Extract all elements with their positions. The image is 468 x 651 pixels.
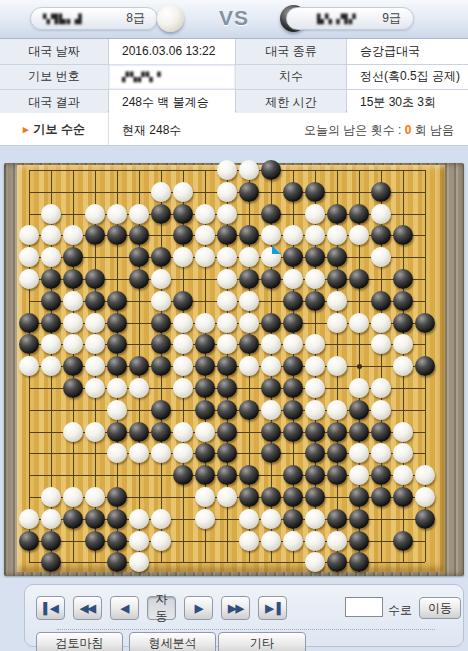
- white-stone: [305, 356, 325, 376]
- black-stone: [19, 334, 39, 354]
- black-stone: [107, 356, 127, 376]
- black-stone: [85, 225, 105, 245]
- black-stone: [327, 552, 347, 572]
- value-game-result: 248수 백 불계승: [109, 90, 235, 115]
- black-stone: [19, 313, 39, 333]
- white-stone: [107, 443, 127, 463]
- white-stone: [129, 378, 149, 398]
- last-move-button[interactable]: ▶▐: [258, 596, 287, 620]
- white-stone: [85, 422, 105, 442]
- white-stone: [305, 378, 325, 398]
- black-stone: [349, 269, 369, 289]
- white-stone: [217, 160, 237, 180]
- white-stone: [371, 443, 391, 463]
- white-stone: [239, 356, 259, 376]
- black-stone: [129, 225, 149, 245]
- black-stone: [327, 269, 347, 289]
- black-stone: [349, 552, 369, 572]
- white-stone: [151, 291, 171, 311]
- black-stone: [393, 313, 413, 333]
- white-stone: [19, 509, 39, 529]
- white-stone: [217, 334, 237, 354]
- move-sequence-title: ▸ 기보 수순: [0, 113, 109, 145]
- black-player-plate: ▙▚▗▜▞ 9급: [286, 7, 414, 30]
- black-stone: [107, 422, 127, 442]
- black-stone: [415, 313, 435, 333]
- black-stone: [283, 313, 303, 333]
- black-stone: [173, 225, 193, 245]
- white-stone: [129, 204, 149, 224]
- black-stone: [41, 531, 61, 551]
- white-stone: [19, 247, 39, 267]
- black-stone: [327, 465, 347, 485]
- black-stone: [151, 356, 171, 376]
- remaining-suffix: 회 남음: [411, 123, 454, 137]
- white-stone: [217, 487, 237, 507]
- white-stone: [41, 225, 61, 245]
- black-stone: [63, 378, 83, 398]
- value-record-number: ▞▚▞▚ ▘: [109, 65, 235, 90]
- black-stone: [327, 247, 347, 267]
- jump-label: 수로: [388, 602, 412, 619]
- value-time-limit: 15분 30초 3회: [347, 90, 468, 115]
- black-stone: [305, 487, 325, 507]
- white-stone: [129, 531, 149, 551]
- current-move-count: 현재 248수: [122, 122, 181, 139]
- black-stone: [261, 269, 281, 289]
- white-stone: [217, 204, 237, 224]
- black-stone: [305, 247, 325, 267]
- black-stone: [107, 291, 127, 311]
- black-stone: [195, 443, 215, 463]
- fast-forward-button[interactable]: ▶▶: [221, 596, 250, 620]
- next-move-button[interactable]: ▶: [184, 596, 213, 620]
- white-stone: [261, 509, 281, 529]
- white-stone: [305, 531, 325, 551]
- black-stone: [151, 247, 171, 267]
- label-handicap: 치수: [236, 65, 346, 90]
- black-stone: [239, 269, 259, 289]
- white-stone: [41, 509, 61, 529]
- label-game-type: 대국 종류: [236, 39, 346, 64]
- white-stone: [195, 225, 215, 245]
- black-player-rank: 9급: [382, 10, 401, 27]
- black-stone: [283, 182, 303, 202]
- white-stone: [195, 204, 215, 224]
- white-stone: [107, 378, 127, 398]
- value-game-date: 2016.03.06 13:22: [109, 39, 235, 64]
- black-stone: [151, 400, 171, 420]
- white-stone: [283, 531, 303, 551]
- black-stone: [261, 378, 281, 398]
- black-stone: [283, 422, 303, 442]
- black-stone: [261, 422, 281, 442]
- white-stone: [129, 552, 149, 572]
- black-stone: [63, 269, 83, 289]
- black-stone: [393, 487, 413, 507]
- black-stone: [129, 269, 149, 289]
- black-stone: [327, 509, 347, 529]
- white-stone: [173, 356, 193, 376]
- white-stone: [19, 356, 39, 376]
- black-stone: [327, 443, 347, 463]
- black-stone: [129, 247, 149, 267]
- white-stone: [305, 400, 325, 420]
- white-stone: [151, 509, 171, 529]
- black-stone: [305, 422, 325, 442]
- white-stone: [393, 356, 413, 376]
- white-stone: [85, 204, 105, 224]
- black-stone: [415, 509, 435, 529]
- white-stone: [371, 334, 391, 354]
- black-stone: [283, 356, 303, 376]
- white-stone: [305, 334, 325, 354]
- white-stone: [305, 269, 325, 289]
- value-handicap: 정선(흑0.5집 공제): [347, 65, 468, 90]
- remaining-views: 오늘의 남은 횟수 : 0 회 남음: [304, 122, 454, 139]
- black-stone: [195, 378, 215, 398]
- baduk-viewer-page: ▚▜▙▖▟ 8급 VS ▙▚▗▜▞ 9급 대국 날짜 2016.03.06 13…: [0, 0, 468, 651]
- black-stone: [415, 356, 435, 376]
- auto-play-button[interactable]: 자동: [147, 596, 176, 620]
- white-stone: [195, 313, 215, 333]
- jump-button[interactable]: 이동: [419, 597, 461, 619]
- white-stone: [63, 313, 83, 333]
- white-stone: [261, 334, 281, 354]
- white-stone: [217, 247, 237, 267]
- white-stone: [327, 400, 347, 420]
- fast-rewind-button[interactable]: ◀◀: [73, 596, 102, 620]
- black-stone: [239, 225, 259, 245]
- white-stone: [85, 356, 105, 376]
- black-stone: [129, 422, 149, 442]
- white-stone: [217, 313, 237, 333]
- move-sequence-bar: ▸ 기보 수순 현재 248수 오늘의 남은 횟수 : 0 회 남음: [0, 113, 468, 146]
- white-stone: [371, 204, 391, 224]
- black-stone: [283, 378, 303, 398]
- white-stone: [41, 334, 61, 354]
- white-stone: [239, 291, 259, 311]
- white-stone: [327, 531, 347, 551]
- white-stone: [217, 182, 237, 202]
- black-stone: [107, 225, 127, 245]
- white-stone: [63, 334, 83, 354]
- orange-arrow-icon: ▸: [23, 123, 29, 136]
- star-point: [357, 364, 362, 369]
- white-stone: [151, 443, 171, 463]
- white-stone: [85, 487, 105, 507]
- black-stone: [151, 313, 171, 333]
- remaining-prefix: 오늘의 남은 횟수 :: [304, 123, 405, 137]
- black-stone: [195, 400, 215, 420]
- black-stone: [371, 182, 391, 202]
- black-stone: [239, 334, 259, 354]
- white-stone: [173, 182, 193, 202]
- white-stone: [327, 313, 347, 333]
- white-stone: [415, 465, 435, 485]
- white-stone: [239, 313, 259, 333]
- black-stone: [261, 443, 281, 463]
- white-stone: [41, 247, 61, 267]
- white-stone: [195, 247, 215, 267]
- black-stone: [371, 225, 391, 245]
- label-game-result: 대국 결과: [0, 90, 108, 115]
- white-stone: [261, 531, 281, 551]
- white-stone: [173, 247, 193, 267]
- white-stone: [415, 487, 435, 507]
- etc-button[interactable]: 기타: [218, 632, 306, 651]
- black-stone: [217, 422, 237, 442]
- white-stone: [195, 422, 215, 442]
- white-stone: [173, 313, 193, 333]
- label-time-limit: 제한 시간: [236, 90, 346, 115]
- white-stone: [151, 269, 171, 289]
- black-stone: [85, 509, 105, 529]
- black-stone: [217, 356, 237, 376]
- black-stone: [41, 552, 61, 572]
- white-stone: [173, 334, 193, 354]
- black-stone: [19, 531, 39, 551]
- label-game-date: 대국 날짜: [0, 39, 108, 64]
- white-stone: [349, 378, 369, 398]
- prev-move-button[interactable]: ◀: [110, 596, 139, 620]
- black-stone: [63, 247, 83, 267]
- move-sequence-label: 기보 수순: [34, 121, 85, 138]
- control-box: ▌◀ ◀◀ ◀ 자동 ▶ ▶▶ ▶▐ 수로 이동 검토마침 형세분석 기타: [24, 584, 464, 647]
- black-stone: [85, 269, 105, 289]
- white-stone: [129, 443, 149, 463]
- black-stone: [173, 291, 193, 311]
- white-stone: [349, 313, 369, 333]
- black-stone: [239, 487, 259, 507]
- white-stone: [151, 182, 171, 202]
- white-stone: [63, 291, 83, 311]
- black-stone: [305, 182, 325, 202]
- black-stone: [393, 531, 413, 551]
- black-stone: [129, 356, 149, 376]
- black-stone: [151, 422, 171, 442]
- white-stone: [305, 204, 325, 224]
- black-stone: [327, 204, 347, 224]
- first-move-button[interactable]: ▌◀: [36, 596, 65, 620]
- white-stone: [63, 225, 83, 245]
- black-stone: [327, 422, 347, 442]
- black-stone: [63, 509, 83, 529]
- black-stone: [217, 378, 237, 398]
- black-stone: [41, 291, 61, 311]
- divider: [57, 629, 435, 630]
- white-stone: [371, 378, 391, 398]
- white-stone: [305, 509, 325, 529]
- black-stone: [305, 291, 325, 311]
- black-stone: [283, 509, 303, 529]
- white-stone: [63, 487, 83, 507]
- white-stone: [195, 509, 215, 529]
- last-move-marker: [272, 236, 281, 254]
- value-game-type: 승강급대국: [347, 39, 468, 64]
- black-stone: [261, 204, 281, 224]
- white-stone: [327, 356, 347, 376]
- black-stone: [283, 487, 303, 507]
- black-stone: [217, 443, 237, 463]
- black-stone: [107, 487, 127, 507]
- black-stone: [283, 291, 303, 311]
- black-stone: [393, 225, 413, 245]
- white-stone: [107, 400, 127, 420]
- white-stone: [217, 269, 237, 289]
- black-stone: [349, 487, 369, 507]
- black-stone: [305, 465, 325, 485]
- black-stone: [151, 204, 171, 224]
- white-stone: [371, 400, 391, 420]
- black-stone: [107, 552, 127, 572]
- white-stone: [349, 225, 369, 245]
- game-info-table: 대국 날짜 2016.03.06 13:22 대국 종류 승강급대국 기보 번호…: [0, 38, 468, 112]
- black-stone: [371, 291, 391, 311]
- white-stone: [217, 291, 237, 311]
- black-stone: [195, 334, 215, 354]
- black-stone: [349, 531, 369, 551]
- black-stone: [239, 400, 259, 420]
- white-stone: [19, 269, 39, 289]
- white-stone: [283, 334, 303, 354]
- white-stone: [85, 334, 105, 354]
- white-stone: [349, 465, 369, 485]
- black-stone: [107, 313, 127, 333]
- black-stone: [283, 400, 303, 420]
- white-stone: [327, 225, 347, 245]
- white-stone: [41, 204, 61, 224]
- black-stone: [371, 487, 391, 507]
- black-player-name: ▙▚▗▜▞: [317, 14, 357, 24]
- white-stone: [173, 443, 193, 463]
- black-stone: [107, 531, 127, 551]
- white-stone: [41, 356, 61, 376]
- white-stone: [239, 531, 259, 551]
- black-stone: [217, 400, 237, 420]
- black-stone: [239, 465, 259, 485]
- white-stone: [305, 552, 325, 572]
- white-stone: [239, 247, 259, 267]
- black-stone: [305, 443, 325, 463]
- black-stone: [393, 269, 413, 289]
- black-stone: [85, 291, 105, 311]
- black-stone: [173, 465, 193, 485]
- black-stone: [261, 313, 281, 333]
- player-header: ▚▜▙▖▟ 8급 VS ▙▚▗▜▞ 9급: [0, 0, 468, 39]
- white-stone: [85, 378, 105, 398]
- white-stone: [195, 487, 215, 507]
- white-stone: [239, 160, 259, 180]
- white-stone: [85, 313, 105, 333]
- black-stone: [107, 509, 127, 529]
- white-stone: [349, 443, 369, 463]
- white-stone: [261, 356, 281, 376]
- white-stone: [129, 509, 149, 529]
- white-stone: [19, 225, 39, 245]
- white-stone: [283, 225, 303, 245]
- white-stone: [173, 378, 193, 398]
- black-stone: [393, 291, 413, 311]
- black-stone: [195, 356, 215, 376]
- black-stone: [173, 204, 193, 224]
- control-panel: ▌◀ ◀◀ ◀ 자동 ▶ ▶▶ ▶▐ 수로 이동 검토마침 형세분석 기타: [0, 578, 468, 651]
- black-stone: [85, 531, 105, 551]
- black-stone: [151, 334, 171, 354]
- black-stone: [349, 422, 369, 442]
- white-stone: [239, 509, 259, 529]
- board-grid[interactable]: [17, 165, 445, 572]
- black-stone: [349, 204, 369, 224]
- black-stone: [195, 465, 215, 485]
- black-stone: [283, 465, 303, 485]
- black-stone: [217, 465, 237, 485]
- black-stone: [239, 182, 259, 202]
- black-stone: [349, 509, 369, 529]
- white-stone: [261, 400, 281, 420]
- label-record-number: 기보 번호: [0, 65, 108, 90]
- position-analysis-button[interactable]: 형세분석: [129, 632, 216, 651]
- black-stone: [217, 225, 237, 245]
- black-stone: [283, 247, 303, 267]
- white-stone: [327, 291, 347, 311]
- black-stone: [63, 356, 83, 376]
- black-stone: [371, 422, 391, 442]
- white-stone: [371, 313, 391, 333]
- white-stone: [41, 487, 61, 507]
- white-stone: [173, 422, 193, 442]
- black-stone: [41, 313, 61, 333]
- go-board: [0, 163, 468, 578]
- black-stone: [41, 269, 61, 289]
- white-stone: [393, 443, 413, 463]
- black-stone: [261, 160, 281, 180]
- end-review-button[interactable]: 검토마침: [36, 632, 123, 651]
- white-stone: [107, 204, 127, 224]
- white-stone: [393, 465, 413, 485]
- black-stone: [261, 487, 281, 507]
- white-stone: [151, 531, 171, 551]
- black-stone: [371, 465, 391, 485]
- white-stone: [393, 334, 413, 354]
- white-stone: [63, 422, 83, 442]
- white-stone: [283, 269, 303, 289]
- white-stone: [305, 225, 325, 245]
- white-stone: [371, 247, 391, 267]
- move-number-input[interactable]: [345, 597, 383, 617]
- white-stone: [393, 422, 413, 442]
- black-stone: [107, 334, 127, 354]
- black-stone: [349, 400, 369, 420]
